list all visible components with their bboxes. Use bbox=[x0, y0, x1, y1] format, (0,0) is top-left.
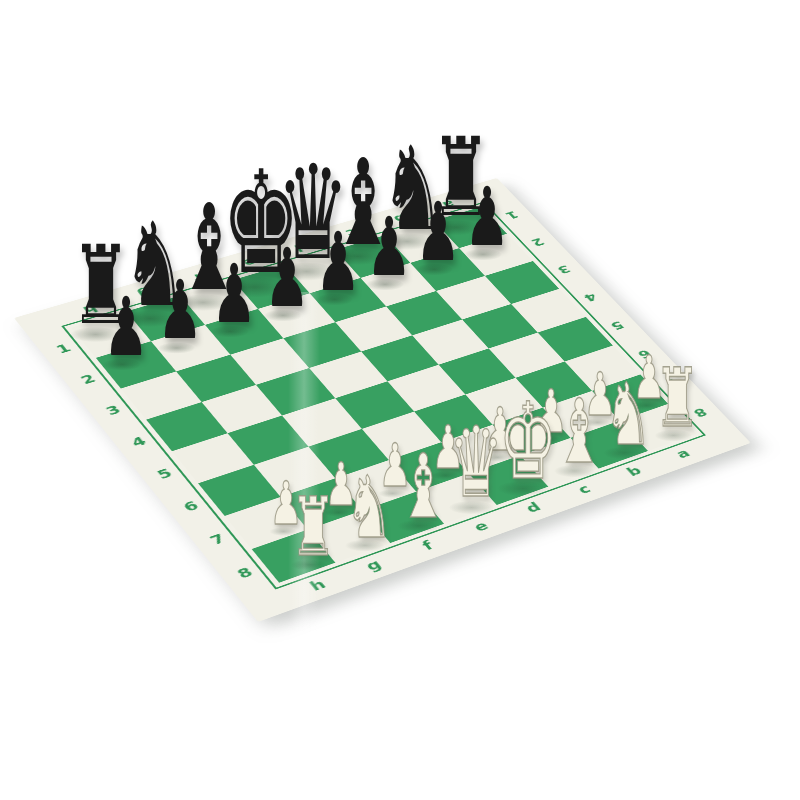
white-rook-glyph: ♜ bbox=[655, 358, 700, 439]
white-queen-glyph: ♛ bbox=[449, 415, 503, 512]
black-pawn-glyph: ♟ bbox=[158, 270, 203, 351]
white-king-glyph: ♚ bbox=[498, 388, 557, 494]
white-bishop-glyph: ♝ bbox=[554, 386, 603, 474]
black-pawn-glyph: ♟ bbox=[316, 222, 361, 303]
black-pawn-glyph: ♟ bbox=[415, 192, 460, 273]
black-pawn-glyph: ♟ bbox=[464, 177, 509, 258]
white-rook-glyph: ♜ bbox=[291, 488, 336, 569]
black-pawn-glyph: ♟ bbox=[211, 254, 256, 335]
black-pawn-glyph: ♟ bbox=[103, 287, 148, 368]
white-bishop-glyph: ♝ bbox=[398, 442, 447, 530]
pieces-layer: ♜♞♝♚♛♝♞♜♟♟♟♟♟♟♟♟♟♟♟♟♟♟♟♟♜♞♝♛♚♝♞♜ bbox=[0, 0, 800, 800]
black-pawn-glyph: ♟ bbox=[264, 238, 309, 319]
product-photo-scene: hh11gg22ff33ee44dd55cc66bb77aa88 ♜♞♝♚♛♝♞… bbox=[0, 0, 800, 800]
white-knight-glyph: ♞ bbox=[345, 464, 393, 550]
white-knight-glyph: ♞ bbox=[604, 371, 652, 457]
black-pawn-glyph: ♟ bbox=[366, 207, 411, 288]
